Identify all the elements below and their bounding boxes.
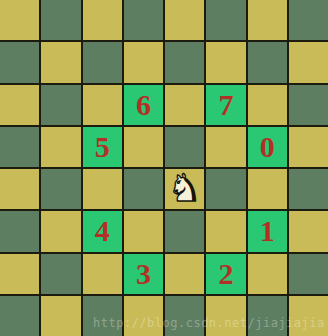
square-g1[interactable] — [248, 296, 287, 336]
square-e3[interactable] — [165, 211, 204, 251]
square-b6[interactable] — [41, 85, 80, 125]
square-b5[interactable] — [41, 127, 80, 167]
square-a2[interactable] — [0, 254, 39, 294]
square-g4[interactable] — [248, 169, 287, 209]
square-h6[interactable] — [289, 85, 328, 125]
square-h5[interactable] — [289, 127, 328, 167]
square-f4[interactable] — [206, 169, 245, 209]
square-d5[interactable] — [124, 127, 163, 167]
square-b7[interactable] — [41, 42, 80, 82]
square-f1[interactable] — [206, 296, 245, 336]
square-c8[interactable] — [83, 0, 122, 40]
square-h1[interactable] — [289, 296, 328, 336]
square-d3[interactable] — [124, 211, 163, 251]
square-b3[interactable] — [41, 211, 80, 251]
square-g5[interactable]: 0 — [248, 127, 287, 167]
square-e4[interactable]: ♞ — [165, 169, 204, 209]
move-label-0: 0 — [260, 132, 275, 162]
square-e1[interactable] — [165, 296, 204, 336]
square-b2[interactable] — [41, 254, 80, 294]
square-e5[interactable] — [165, 127, 204, 167]
square-c3[interactable]: 4 — [83, 211, 122, 251]
square-d4[interactable] — [124, 169, 163, 209]
square-b4[interactable] — [41, 169, 80, 209]
square-g3[interactable]: 1 — [248, 211, 287, 251]
square-d7[interactable] — [124, 42, 163, 82]
square-g6[interactable] — [248, 85, 287, 125]
move-label-1: 1 — [260, 216, 275, 246]
square-a1[interactable] — [0, 296, 39, 336]
square-b8[interactable] — [41, 0, 80, 40]
board-wrapper: 6750♞4132 http://blog.csdn.net/jiajiajia — [0, 0, 328, 336]
square-a3[interactable] — [0, 211, 39, 251]
square-a8[interactable] — [0, 0, 39, 40]
move-label-4: 4 — [95, 216, 110, 246]
square-b1[interactable] — [41, 296, 80, 336]
square-g2[interactable] — [248, 254, 287, 294]
move-label-2: 2 — [218, 259, 233, 289]
square-d2[interactable]: 3 — [124, 254, 163, 294]
square-f8[interactable] — [206, 0, 245, 40]
move-label-7: 7 — [218, 90, 233, 120]
square-c7[interactable] — [83, 42, 122, 82]
square-h2[interactable] — [289, 254, 328, 294]
square-f3[interactable] — [206, 211, 245, 251]
square-e6[interactable] — [165, 85, 204, 125]
square-c6[interactable] — [83, 85, 122, 125]
square-g7[interactable] — [248, 42, 287, 82]
square-g8[interactable] — [248, 0, 287, 40]
square-d6[interactable]: 6 — [124, 85, 163, 125]
square-e7[interactable] — [165, 42, 204, 82]
square-f7[interactable] — [206, 42, 245, 82]
square-a5[interactable] — [0, 127, 39, 167]
square-e2[interactable] — [165, 254, 204, 294]
chess-board: 6750♞4132 — [0, 0, 328, 336]
square-h4[interactable] — [289, 169, 328, 209]
square-c2[interactable] — [83, 254, 122, 294]
square-a7[interactable] — [0, 42, 39, 82]
square-h7[interactable] — [289, 42, 328, 82]
square-a6[interactable] — [0, 85, 39, 125]
square-f2[interactable]: 2 — [206, 254, 245, 294]
square-h3[interactable] — [289, 211, 328, 251]
move-label-6: 6 — [136, 90, 151, 120]
square-c5[interactable]: 5 — [83, 127, 122, 167]
white-knight-piece[interactable]: ♞ — [168, 169, 202, 207]
square-e8[interactable] — [165, 0, 204, 40]
square-f6[interactable]: 7 — [206, 85, 245, 125]
square-d1[interactable] — [124, 296, 163, 336]
square-f5[interactable] — [206, 127, 245, 167]
square-c1[interactable] — [83, 296, 122, 336]
square-a4[interactable] — [0, 169, 39, 209]
square-d8[interactable] — [124, 0, 163, 40]
move-label-5: 5 — [95, 132, 110, 162]
square-c4[interactable] — [83, 169, 122, 209]
square-h8[interactable] — [289, 0, 328, 40]
move-label-3: 3 — [136, 259, 151, 289]
